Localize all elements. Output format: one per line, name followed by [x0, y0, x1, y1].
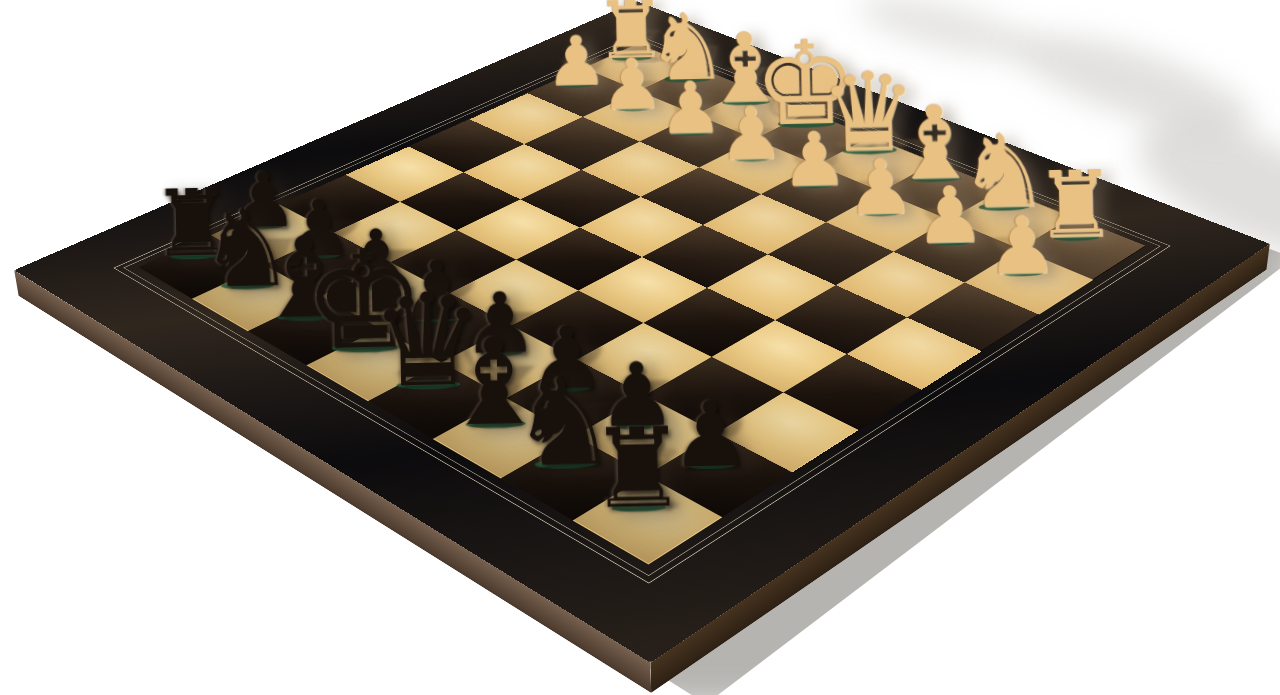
- white-pawn[interactable]: ♟: [898, 203, 1146, 288]
- product-photo-stage: ♜♜♞♞♝♝♚♚♛♛♝♝♞♞♜♜♟♟♟♟♟♟♟♟♟♟♟♟♟♟♟♟♟♟♟♟♟♟♟♟…: [0, 0, 1280, 695]
- playing-grid: ♜♜♞♞♝♝♚♚♛♛♝♝♞♞♜♜♟♟♟♟♟♟♟♟♟♟♟♟♟♟♟♟♟♟♟♟♟♟♟♟…: [139, 44, 1146, 565]
- chess-board: ♜♜♞♞♝♝♚♚♛♛♝♝♞♞♜♜♟♟♟♟♟♟♟♟♟♟♟♟♟♟♟♟♟♟♟♟♟♟♟♟…: [14, 1, 1270, 663]
- black-rook[interactable]: ♜: [493, 412, 782, 528]
- scene: ♜♜♞♞♝♝♚♚♛♛♝♝♞♞♜♜♟♟♟♟♟♟♟♟♟♟♟♟♟♟♟♟♟♟♟♟♟♟♟♟…: [189, 0, 1095, 695]
- perspective-tilt: ♜♜♞♞♝♝♚♚♛♛♝♝♞♞♜♜♟♟♟♟♟♟♟♟♟♟♟♟♟♟♟♟♟♟♟♟♟♟♟♟…: [0, 0, 1280, 695]
